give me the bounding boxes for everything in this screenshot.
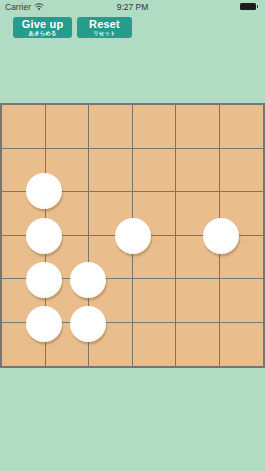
white-stone[interactable] [70,262,106,298]
white-stone[interactable] [26,306,62,342]
reset-label: Reset [89,19,120,30]
white-stone[interactable] [203,218,239,254]
reset-sublabel: リセット [93,30,116,37]
give-up-button[interactable]: Give up あきらめる [13,17,72,38]
white-stone[interactable] [26,262,62,298]
white-stone[interactable] [115,218,151,254]
app-screen: Carrier 9:27 PM Give up あきらめる Reset リセット [0,0,265,471]
status-bar: Carrier 9:27 PM [0,0,265,14]
reset-button[interactable]: Reset リセット [77,17,132,38]
white-stone[interactable] [70,306,106,342]
battery-icon [240,3,258,10]
white-stone[interactable] [26,218,62,254]
white-stone[interactable] [26,173,62,209]
game-board[interactable] [0,103,265,368]
clock: 9:27 PM [0,2,265,12]
stone-layer [0,103,265,368]
give-up-label: Give up [22,19,64,30]
give-up-sublabel: あきらめる [28,30,56,37]
